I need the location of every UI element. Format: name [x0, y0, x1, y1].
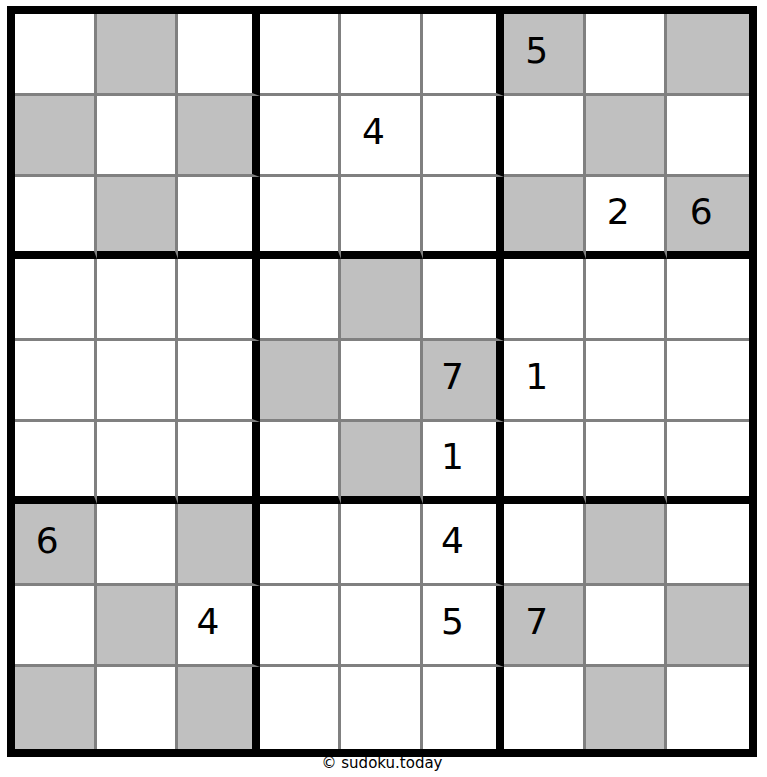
- cell-r3c1[interactable]: [15, 177, 97, 259]
- cell-r8c4[interactable]: [260, 586, 342, 668]
- cell-r5c3[interactable]: [178, 341, 260, 423]
- cell-r8c1[interactable]: [15, 586, 97, 668]
- cell-r5c6[interactable]: 7: [423, 341, 505, 423]
- cell-r4c2[interactable]: [97, 259, 179, 341]
- cell-r8c5[interactable]: [341, 586, 423, 668]
- cell-r7c4[interactable]: [260, 504, 342, 586]
- cell-r3c7[interactable]: [504, 177, 586, 259]
- cell-r2c8[interactable]: [586, 96, 668, 178]
- cell-r5c1[interactable]: [15, 341, 97, 423]
- cell-r5c5[interactable]: [341, 341, 423, 423]
- cell-r6c6[interactable]: 1: [423, 422, 505, 504]
- cell-r8c6[interactable]: 5: [423, 586, 505, 668]
- cell-r8c2[interactable]: [97, 586, 179, 668]
- cell-r6c9[interactable]: [667, 422, 749, 504]
- cell-r4c4[interactable]: [260, 259, 342, 341]
- given-digit: 6: [690, 191, 713, 232]
- cell-r7c2[interactable]: [97, 504, 179, 586]
- given-digit: 1: [441, 436, 464, 477]
- cell-r5c8[interactable]: [586, 341, 668, 423]
- cell-r6c2[interactable]: [97, 422, 179, 504]
- cell-r3c6[interactable]: [423, 177, 505, 259]
- cell-r3c8[interactable]: 2: [586, 177, 668, 259]
- cell-r8c3[interactable]: 4: [178, 586, 260, 668]
- sudoku-board: 542671164457: [7, 6, 757, 757]
- cell-r6c1[interactable]: [15, 422, 97, 504]
- cell-r7c9[interactable]: [667, 504, 749, 586]
- given-digit: 7: [441, 356, 464, 397]
- cell-r6c8[interactable]: [586, 422, 668, 504]
- cell-r1c5[interactable]: [341, 14, 423, 96]
- cell-r4c7[interactable]: [504, 259, 586, 341]
- cell-r1c9[interactable]: [667, 14, 749, 96]
- cell-r4c6[interactable]: [423, 259, 505, 341]
- cell-r9c6[interactable]: [423, 667, 505, 749]
- cell-r9c5[interactable]: [341, 667, 423, 749]
- cell-r1c6[interactable]: [423, 14, 505, 96]
- given-digit: 1: [525, 356, 548, 397]
- cell-r1c4[interactable]: [260, 14, 342, 96]
- cell-r1c3[interactable]: [178, 14, 260, 96]
- given-digit: 5: [441, 601, 464, 642]
- cell-r8c7[interactable]: 7: [504, 586, 586, 668]
- cell-r2c7[interactable]: [504, 96, 586, 178]
- cell-r2c1[interactable]: [15, 96, 97, 178]
- copyright-text: © sudoku.today: [7, 754, 757, 772]
- cell-r4c1[interactable]: [15, 259, 97, 341]
- cell-r3c5[interactable]: [341, 177, 423, 259]
- cell-r9c9[interactable]: [667, 667, 749, 749]
- cell-r6c3[interactable]: [178, 422, 260, 504]
- cell-r7c3[interactable]: [178, 504, 260, 586]
- cell-r2c3[interactable]: [178, 96, 260, 178]
- cell-r3c4[interactable]: [260, 177, 342, 259]
- cell-r2c9[interactable]: [667, 96, 749, 178]
- given-digit: 4: [441, 520, 464, 561]
- cell-r7c8[interactable]: [586, 504, 668, 586]
- cell-r9c3[interactable]: [178, 667, 260, 749]
- cell-r6c4[interactable]: [260, 422, 342, 504]
- cell-r5c9[interactable]: [667, 341, 749, 423]
- cell-r5c2[interactable]: [97, 341, 179, 423]
- cell-r1c1[interactable]: [15, 14, 97, 96]
- cell-r9c2[interactable]: [97, 667, 179, 749]
- cell-r5c4[interactable]: [260, 341, 342, 423]
- cell-r7c1[interactable]: 6: [15, 504, 97, 586]
- cell-r2c2[interactable]: [97, 96, 179, 178]
- cell-r3c2[interactable]: [97, 177, 179, 259]
- given-digit: 6: [36, 520, 59, 561]
- cell-r9c1[interactable]: [15, 667, 97, 749]
- cell-r4c8[interactable]: [586, 259, 668, 341]
- cell-r2c6[interactable]: [423, 96, 505, 178]
- given-digit: 5: [525, 30, 548, 71]
- cell-r2c4[interactable]: [260, 96, 342, 178]
- cell-r4c5[interactable]: [341, 259, 423, 341]
- given-digit: 4: [196, 601, 219, 642]
- cell-r8c9[interactable]: [667, 586, 749, 668]
- given-digit: 2: [607, 191, 630, 232]
- cell-r9c8[interactable]: [586, 667, 668, 749]
- cell-r9c7[interactable]: [504, 667, 586, 749]
- cell-r5c7[interactable]: 1: [504, 341, 586, 423]
- cell-r1c7[interactable]: 5: [504, 14, 586, 96]
- cell-r7c6[interactable]: 4: [423, 504, 505, 586]
- cell-r7c7[interactable]: [504, 504, 586, 586]
- cell-r1c2[interactable]: [97, 14, 179, 96]
- cell-r7c5[interactable]: [341, 504, 423, 586]
- cell-r3c9[interactable]: 6: [667, 177, 749, 259]
- cell-r4c9[interactable]: [667, 259, 749, 341]
- cell-r8c8[interactable]: [586, 586, 668, 668]
- cell-r4c3[interactable]: [178, 259, 260, 341]
- cell-r6c7[interactable]: [504, 422, 586, 504]
- cell-r9c4[interactable]: [260, 667, 342, 749]
- cell-r1c8[interactable]: [586, 14, 668, 96]
- cell-r3c3[interactable]: [178, 177, 260, 259]
- given-digit: 4: [362, 111, 385, 152]
- cell-r6c5[interactable]: [341, 422, 423, 504]
- cell-r2c5[interactable]: 4: [341, 96, 423, 178]
- given-digit: 7: [525, 601, 548, 642]
